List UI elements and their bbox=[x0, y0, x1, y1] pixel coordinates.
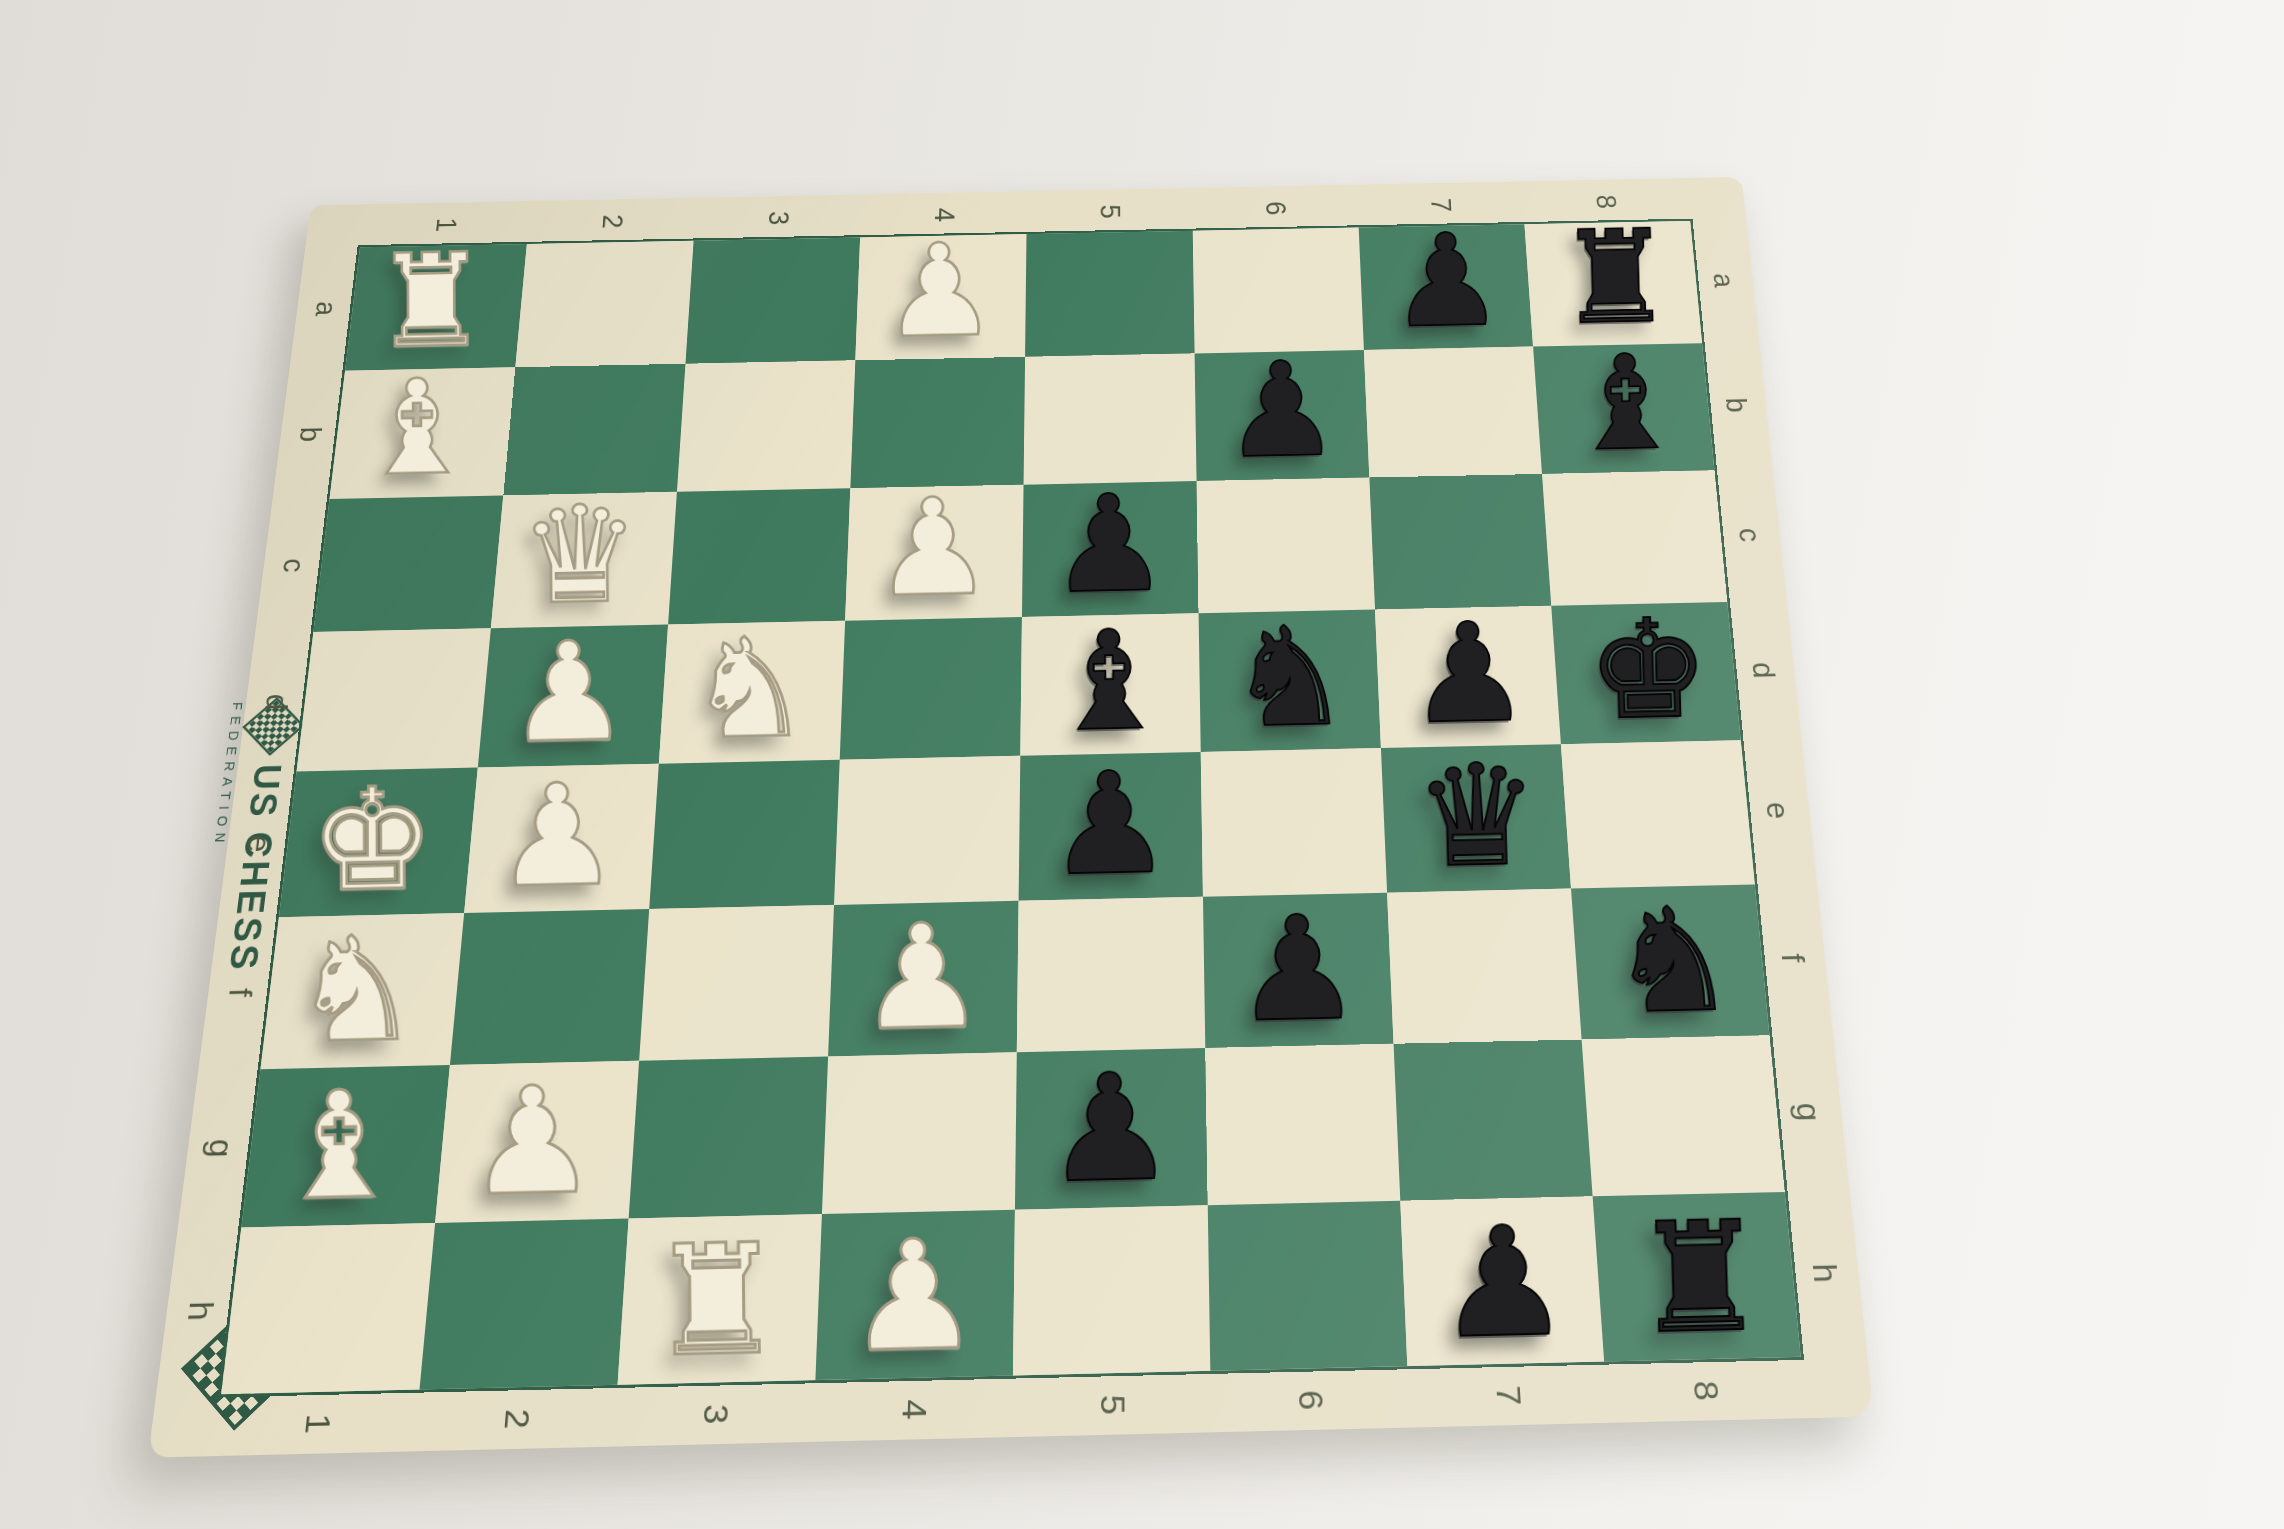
piece-bR-a8[interactable]: ♜ bbox=[1529, 211, 1701, 344]
square-c8[interactable] bbox=[1542, 470, 1727, 606]
square-e4[interactable] bbox=[834, 756, 1020, 905]
square-e3[interactable] bbox=[649, 760, 839, 909]
top-rank-label-7: 7 bbox=[1424, 198, 1458, 213]
left-file-label-g: g bbox=[200, 1138, 241, 1158]
square-h8[interactable]: ♜ bbox=[1593, 1192, 1801, 1361]
square-d4[interactable] bbox=[840, 617, 1022, 760]
square-e7[interactable]: ♛ bbox=[1381, 744, 1571, 892]
square-d8[interactable]: ♚ bbox=[1551, 602, 1740, 744]
coordinate-labels: 1234567812345678abcdefghabcdefgh bbox=[311, 177, 1742, 205]
bottom-rank-label-5: 5 bbox=[1092, 1394, 1132, 1415]
square-c1[interactable] bbox=[313, 495, 503, 632]
piece-wP-g2[interactable]: ♟ bbox=[435, 1065, 629, 1220]
piece-bP-b6[interactable]: ♟ bbox=[1194, 342, 1369, 478]
square-c7[interactable] bbox=[1369, 474, 1551, 610]
top-rank-label-1: 1 bbox=[428, 217, 463, 232]
square-h4[interactable]: ♟ bbox=[815, 1210, 1015, 1380]
square-f5[interactable] bbox=[1017, 897, 1205, 1052]
square-f7[interactable] bbox=[1387, 888, 1581, 1043]
piece-bN-d6[interactable]: ♞ bbox=[1198, 606, 1381, 749]
bottom-rank-label-4: 4 bbox=[893, 1399, 933, 1420]
square-c2[interactable]: ♛ bbox=[491, 491, 677, 628]
piece-bB-d5[interactable]: ♝ bbox=[1018, 610, 1201, 753]
piece-bP-g5[interactable]: ♟ bbox=[1013, 1052, 1208, 1207]
left-file-label-c: c bbox=[275, 558, 312, 573]
piece-bN-f8[interactable]: ♞ bbox=[1577, 886, 1769, 1036]
bottom-rank-label-8: 8 bbox=[1685, 1380, 1726, 1401]
piece-wK-e1[interactable]: ♚ bbox=[280, 767, 465, 914]
square-a5[interactable] bbox=[1025, 231, 1195, 357]
square-h6[interactable] bbox=[1208, 1201, 1408, 1371]
piece-wP-f4[interactable]: ♟ bbox=[827, 902, 1017, 1053]
right-file-label-g: g bbox=[1788, 1102, 1828, 1121]
square-g6[interactable] bbox=[1205, 1043, 1400, 1205]
piece-wN-f1[interactable]: ♞ bbox=[261, 915, 450, 1066]
piece-wR-h3[interactable]: ♜ bbox=[617, 1222, 816, 1381]
right-file-label-f: f bbox=[1773, 953, 1811, 963]
square-f4[interactable]: ♟ bbox=[828, 901, 1019, 1056]
square-f1[interactable]: ♞ bbox=[261, 913, 465, 1069]
square-e1[interactable]: ♚ bbox=[279, 768, 478, 917]
square-f6[interactable]: ♟ bbox=[1203, 892, 1394, 1047]
top-rank-label-2: 2 bbox=[595, 214, 629, 229]
square-g1[interactable]: ♝ bbox=[241, 1065, 450, 1228]
bottom-rank-label-6: 6 bbox=[1290, 1390, 1330, 1411]
square-d6[interactable]: ♞ bbox=[1199, 610, 1381, 752]
square-b2[interactable] bbox=[503, 364, 685, 495]
square-h5[interactable] bbox=[1013, 1205, 1210, 1375]
chess-mat: US CHESS FEDERATION ♜♟♟♜♝♟♝♛♟♟♟♞♝♞♟♚♚♟♟♛… bbox=[148, 177, 1874, 1458]
piece-wB-b1[interactable]: ♝ bbox=[330, 360, 504, 497]
left-file-label-h: h bbox=[179, 1300, 221, 1321]
piece-bP-h7[interactable]: ♟ bbox=[1403, 1204, 1603, 1363]
chessboard: ♜♟♟♜♝♟♝♛♟♟♟♞♝♞♟♚♚♟♟♛♞♟♟♞♝♟♟♜♟♟♜ bbox=[221, 221, 1801, 1394]
piece-wP-d2[interactable]: ♟ bbox=[478, 621, 660, 764]
square-h2[interactable] bbox=[420, 1219, 629, 1390]
piece-bR-h8[interactable]: ♜ bbox=[1599, 1199, 1800, 1357]
top-rank-label-5: 5 bbox=[1093, 204, 1126, 219]
bottom-rank-label-2: 2 bbox=[495, 1408, 536, 1429]
square-g2[interactable]: ♟ bbox=[435, 1060, 639, 1223]
left-file-label-f: f bbox=[221, 988, 260, 998]
square-b3[interactable] bbox=[677, 360, 855, 491]
square-d1[interactable] bbox=[297, 628, 491, 771]
square-g7[interactable] bbox=[1394, 1039, 1593, 1201]
bottom-rank-label-7: 7 bbox=[1487, 1385, 1528, 1406]
piece-wP-a4[interactable]: ♟ bbox=[854, 225, 1025, 358]
square-d3[interactable]: ♞ bbox=[659, 621, 845, 764]
square-e2[interactable]: ♟ bbox=[464, 764, 659, 913]
square-a7[interactable]: ♟ bbox=[1359, 224, 1533, 350]
top-rank-label-6: 6 bbox=[1258, 201, 1291, 216]
top-rank-label-8: 8 bbox=[1589, 194, 1623, 209]
square-e6[interactable] bbox=[1201, 748, 1387, 896]
top-rank-label-3: 3 bbox=[761, 211, 795, 226]
piece-bP-a7[interactable]: ♟ bbox=[1361, 215, 1533, 348]
right-file-label-b: b bbox=[1718, 397, 1754, 413]
piece-wP-c4[interactable]: ♟ bbox=[844, 479, 1022, 619]
square-c4[interactable]: ♟ bbox=[845, 484, 1023, 621]
square-g8[interactable] bbox=[1582, 1035, 1785, 1197]
piece-wP-e2[interactable]: ♟ bbox=[464, 763, 650, 910]
piece-wR-a1[interactable]: ♜ bbox=[346, 235, 516, 369]
square-b8[interactable]: ♝ bbox=[1533, 343, 1714, 474]
square-b7[interactable] bbox=[1364, 346, 1542, 477]
square-e8[interactable] bbox=[1561, 740, 1755, 888]
piece-bP-f6[interactable]: ♟ bbox=[1202, 894, 1393, 1044]
bottom-rank-label-1: 1 bbox=[296, 1413, 338, 1434]
piece-wN-d3[interactable]: ♞ bbox=[658, 618, 840, 761]
square-a3[interactable] bbox=[685, 237, 860, 363]
square-c6[interactable] bbox=[1197, 477, 1375, 613]
left-file-label-a: a bbox=[308, 301, 344, 316]
piece-bP-d7[interactable]: ♟ bbox=[1377, 602, 1560, 745]
square-a4[interactable]: ♟ bbox=[855, 234, 1026, 360]
piece-wQ-c2[interactable]: ♛ bbox=[491, 486, 669, 626]
square-e5[interactable]: ♟ bbox=[1019, 752, 1203, 901]
piece-bK-d8[interactable]: ♚ bbox=[1557, 599, 1740, 742]
square-b4[interactable] bbox=[850, 357, 1025, 488]
left-file-label-e: e bbox=[239, 835, 278, 853]
square-f8[interactable]: ♞ bbox=[1571, 884, 1769, 1039]
square-g3[interactable] bbox=[629, 1056, 828, 1219]
square-b6[interactable]: ♟ bbox=[1195, 350, 1370, 481]
right-file-label-e: e bbox=[1758, 802, 1796, 820]
square-a2[interactable] bbox=[515, 241, 693, 367]
right-file-label-d: d bbox=[1745, 661, 1782, 678]
top-rank-label-4: 4 bbox=[927, 208, 961, 223]
square-h7[interactable]: ♟ bbox=[1400, 1197, 1604, 1367]
square-g4[interactable] bbox=[822, 1052, 1017, 1215]
square-c3[interactable] bbox=[668, 488, 850, 625]
piece-bB-b8[interactable]: ♝ bbox=[1538, 335, 1714, 471]
square-f3[interactable] bbox=[639, 905, 834, 1061]
square-d7[interactable]: ♟ bbox=[1375, 606, 1561, 748]
square-d2[interactable]: ♟ bbox=[478, 625, 668, 768]
square-c5[interactable]: ♟ bbox=[1022, 481, 1199, 618]
left-file-label-d: d bbox=[258, 693, 296, 710]
piece-bP-c5[interactable]: ♟ bbox=[1020, 475, 1199, 615]
right-file-label-h: h bbox=[1804, 1263, 1845, 1283]
square-g5[interactable]: ♟ bbox=[1015, 1048, 1208, 1210]
square-b1[interactable]: ♝ bbox=[330, 367, 516, 499]
bottom-rank-label-3: 3 bbox=[694, 1404, 735, 1425]
square-f2[interactable] bbox=[450, 909, 649, 1065]
piece-wB-g1[interactable]: ♝ bbox=[242, 1069, 436, 1224]
piece-bP-e5[interactable]: ♟ bbox=[1016, 751, 1203, 898]
square-d5[interactable]: ♝ bbox=[1020, 613, 1200, 755]
left-file-label-b: b bbox=[292, 427, 328, 443]
photo-scene: US CHESS FEDERATION ♜♟♟♜♝♟♝♛♟♟♟♞♝♞♟♚♚♟♟♛… bbox=[0, 0, 2284, 1529]
square-h3[interactable]: ♜ bbox=[618, 1214, 822, 1384]
piece-bQ-e7[interactable]: ♛ bbox=[1383, 743, 1570, 890]
right-file-label-a: a bbox=[1706, 273, 1741, 288]
square-b5[interactable] bbox=[1024, 353, 1197, 484]
piece-wP-h4[interactable]: ♟ bbox=[814, 1217, 1013, 1376]
us-chess-logo-subtext: FEDERATION bbox=[224, 702, 246, 751]
right-file-label-c: c bbox=[1731, 528, 1767, 543]
